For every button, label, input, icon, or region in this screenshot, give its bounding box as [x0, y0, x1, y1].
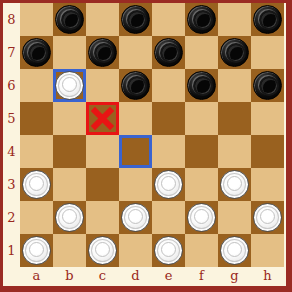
- square-b8[interactable]: [53, 3, 86, 36]
- square-c4: [86, 135, 119, 168]
- square-e5[interactable]: [152, 102, 185, 135]
- black-piece-e7[interactable]: [154, 38, 183, 67]
- square-d4[interactable]: [119, 135, 152, 168]
- rank-label-8: 8: [3, 3, 20, 36]
- black-piece-f8[interactable]: [187, 5, 216, 34]
- white-piece-b2[interactable]: [55, 203, 84, 232]
- square-c1[interactable]: [86, 234, 119, 267]
- square-f1: [185, 234, 218, 267]
- square-h3: [251, 168, 284, 201]
- file-label-f: f: [185, 267, 218, 286]
- square-h8[interactable]: [251, 3, 284, 36]
- square-b4[interactable]: [53, 135, 86, 168]
- white-piece-f2[interactable]: [187, 203, 216, 232]
- board-inner-area: 87654321 abcdefgh: [3, 3, 286, 286]
- black-piece-d8[interactable]: [121, 5, 150, 34]
- square-d6[interactable]: [119, 69, 152, 102]
- square-a1[interactable]: [20, 234, 53, 267]
- white-piece-g3[interactable]: [220, 170, 249, 199]
- white-piece-h2[interactable]: [253, 203, 282, 232]
- square-h7: [251, 36, 284, 69]
- rank-label-6: 6: [3, 69, 20, 102]
- white-piece-d2[interactable]: [121, 203, 150, 232]
- rank-label-7: 7: [3, 36, 20, 69]
- white-piece-e3[interactable]: [154, 170, 183, 199]
- square-f5: [185, 102, 218, 135]
- square-g6: [218, 69, 251, 102]
- square-d8[interactable]: [119, 3, 152, 36]
- square-c5[interactable]: [86, 102, 119, 135]
- square-f3: [185, 168, 218, 201]
- square-g4: [218, 135, 251, 168]
- white-piece-c1[interactable]: [88, 236, 117, 265]
- square-c3[interactable]: [86, 168, 119, 201]
- square-g2: [218, 201, 251, 234]
- file-label-c: c: [86, 267, 119, 286]
- square-d5: [119, 102, 152, 135]
- black-piece-h8[interactable]: [253, 5, 282, 34]
- square-a3[interactable]: [20, 168, 53, 201]
- white-piece-a3[interactable]: [22, 170, 51, 199]
- rank-label-3: 3: [3, 168, 20, 201]
- square-a6: [20, 69, 53, 102]
- square-g1[interactable]: [218, 234, 251, 267]
- square-g7[interactable]: [218, 36, 251, 69]
- square-a8: [20, 3, 53, 36]
- black-piece-a7[interactable]: [22, 38, 51, 67]
- square-f7: [185, 36, 218, 69]
- rank-label-5: 5: [3, 102, 20, 135]
- white-piece-g1[interactable]: [220, 236, 249, 265]
- file-label-g: g: [218, 267, 251, 286]
- file-labels: abcdefgh: [20, 267, 284, 286]
- square-f6[interactable]: [185, 69, 218, 102]
- square-a4: [20, 135, 53, 168]
- square-a5[interactable]: [20, 102, 53, 135]
- red-x-icon: [86, 102, 119, 135]
- square-f2[interactable]: [185, 201, 218, 234]
- square-b2[interactable]: [53, 201, 86, 234]
- black-piece-c7[interactable]: [88, 38, 117, 67]
- square-e4: [152, 135, 185, 168]
- square-h1: [251, 234, 284, 267]
- white-piece-a1[interactable]: [22, 236, 51, 265]
- file-label-h: h: [251, 267, 284, 286]
- square-c2: [86, 201, 119, 234]
- board-frame: 87654321 abcdefgh: [0, 0, 292, 292]
- square-d3: [119, 168, 152, 201]
- square-h2[interactable]: [251, 201, 284, 234]
- black-piece-d6[interactable]: [121, 71, 150, 100]
- square-e2: [152, 201, 185, 234]
- rank-label-4: 4: [3, 135, 20, 168]
- rank-label-1: 1: [3, 234, 20, 267]
- square-g8: [218, 3, 251, 36]
- black-piece-b8[interactable]: [55, 5, 84, 34]
- square-b6[interactable]: [53, 69, 86, 102]
- square-h4[interactable]: [251, 135, 284, 168]
- square-c6: [86, 69, 119, 102]
- square-d7: [119, 36, 152, 69]
- square-c8: [86, 3, 119, 36]
- square-b7: [53, 36, 86, 69]
- square-f4[interactable]: [185, 135, 218, 168]
- square-a2: [20, 201, 53, 234]
- white-piece-b6[interactable]: [55, 71, 84, 100]
- square-b3: [53, 168, 86, 201]
- square-g5[interactable]: [218, 102, 251, 135]
- square-h6[interactable]: [251, 69, 284, 102]
- rank-label-2: 2: [3, 201, 20, 234]
- square-b5: [53, 102, 86, 135]
- file-label-b: b: [53, 267, 86, 286]
- square-f8[interactable]: [185, 3, 218, 36]
- black-piece-f6[interactable]: [187, 71, 216, 100]
- square-e6: [152, 69, 185, 102]
- square-e3[interactable]: [152, 168, 185, 201]
- square-e8: [152, 3, 185, 36]
- square-e7[interactable]: [152, 36, 185, 69]
- square-h5: [251, 102, 284, 135]
- white-piece-e1[interactable]: [154, 236, 183, 265]
- square-b1: [53, 234, 86, 267]
- square-d2[interactable]: [119, 201, 152, 234]
- file-label-a: a: [20, 267, 53, 286]
- square-a7[interactable]: [20, 36, 53, 69]
- square-c7[interactable]: [86, 36, 119, 69]
- file-label-e: e: [152, 267, 185, 286]
- black-piece-g7[interactable]: [220, 38, 249, 67]
- black-piece-h6[interactable]: [253, 71, 282, 100]
- checkers-board: [20, 3, 284, 267]
- square-e1[interactable]: [152, 234, 185, 267]
- rank-labels: 87654321: [3, 3, 20, 267]
- square-g3[interactable]: [218, 168, 251, 201]
- square-d1: [119, 234, 152, 267]
- file-label-d: d: [119, 267, 152, 286]
